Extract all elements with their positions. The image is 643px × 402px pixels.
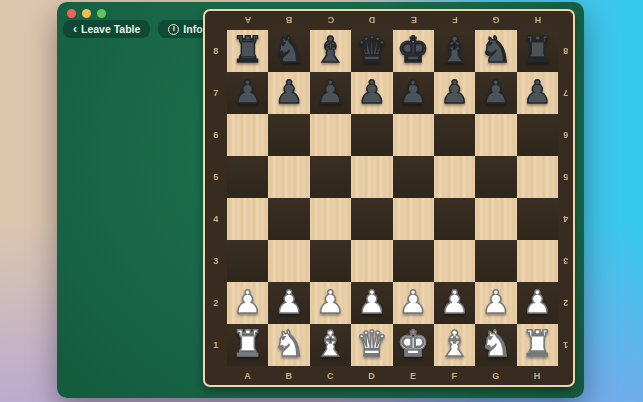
file-label-top-b: B [268, 11, 309, 30]
square-b5[interactable] [268, 156, 309, 198]
square-e1[interactable]: ♚ [393, 324, 434, 366]
square-g7[interactable]: ♟ [475, 72, 516, 114]
white-knight[interactable]: ♞ [480, 326, 512, 362]
square-h8[interactable]: ♜ [517, 30, 558, 72]
square-d8[interactable]: ♛ [351, 30, 392, 72]
square-d5[interactable] [351, 156, 392, 198]
black-queen[interactable]: ♛ [356, 32, 388, 68]
black-bishop[interactable]: ♝ [314, 32, 346, 68]
square-g3[interactable] [475, 240, 516, 282]
square-c1[interactable]: ♝ [310, 324, 351, 366]
rank-label-right-1: 1 [558, 324, 573, 366]
rank-label-left-8: 8 [205, 30, 227, 72]
file-label-bottom-g: G [475, 366, 516, 385]
square-a5[interactable] [227, 156, 268, 198]
square-f5[interactable] [434, 156, 475, 198]
square-h6[interactable] [517, 114, 558, 156]
file-label-bottom-h: H [517, 366, 558, 385]
white-queen[interactable]: ♛ [356, 326, 388, 362]
white-bishop[interactable]: ♝ [314, 326, 346, 362]
square-e4[interactable] [393, 198, 434, 240]
file-label-top-f: F [434, 11, 475, 30]
white-pawn[interactable]: ♟ [316, 286, 345, 318]
file-labels-top: ABCDEFGH [227, 11, 558, 30]
square-g1[interactable]: ♞ [475, 324, 516, 366]
info-label: Info [183, 23, 202, 35]
file-labels-bottom: ABCDEFGH [227, 366, 558, 385]
square-e3[interactable] [393, 240, 434, 282]
minimize-button[interactable] [82, 9, 91, 18]
square-d2[interactable]: ♟ [351, 282, 392, 324]
white-knight[interactable]: ♞ [273, 326, 305, 362]
file-label-top-d: D [351, 11, 392, 30]
square-d7[interactable]: ♟ [351, 72, 392, 114]
rank-label-right-7: 7 [558, 72, 573, 114]
square-c6[interactable] [310, 114, 351, 156]
square-e7[interactable]: ♟ [393, 72, 434, 114]
file-label-bottom-b: B [268, 366, 309, 385]
square-b2[interactable]: ♟ [268, 282, 309, 324]
file-label-top-a: A [227, 11, 268, 30]
rank-label-left-7: 7 [205, 72, 227, 114]
square-h1[interactable]: ♜ [517, 324, 558, 366]
square-b7[interactable]: ♟ [268, 72, 309, 114]
black-pawn[interactable]: ♟ [399, 76, 428, 108]
rank-label-left-5: 5 [205, 156, 227, 198]
square-f6[interactable] [434, 114, 475, 156]
black-pawn[interactable]: ♟ [275, 76, 304, 108]
info-circle-icon: i [168, 24, 179, 35]
rank-label-left-3: 3 [205, 240, 227, 282]
square-b6[interactable] [268, 114, 309, 156]
white-pawn[interactable]: ♟ [440, 286, 469, 318]
square-c3[interactable] [310, 240, 351, 282]
square-g2[interactable]: ♟ [475, 282, 516, 324]
desktop-background: ‹ Leave Table i Info ABCDEFGH 87654321 8… [0, 0, 643, 402]
square-e5[interactable] [393, 156, 434, 198]
square-f7[interactable]: ♟ [434, 72, 475, 114]
rank-label-right-8: 8 [558, 30, 573, 72]
rank-labels-left: 87654321 [205, 30, 227, 366]
file-label-top-e: E [393, 11, 434, 30]
square-e8[interactable]: ♚ [393, 30, 434, 72]
rank-label-right-4: 4 [558, 198, 573, 240]
square-g8[interactable]: ♞ [475, 30, 516, 72]
square-a3[interactable] [227, 240, 268, 282]
file-label-top-g: G [475, 11, 516, 30]
black-pawn[interactable]: ♟ [357, 76, 386, 108]
chess-board: ABCDEFGH 87654321 87654321 ABCDEFGH ♜♞♝♛… [203, 9, 575, 387]
black-pawn[interactable]: ♟ [316, 76, 345, 108]
square-a8[interactable]: ♜ [227, 30, 268, 72]
square-a2[interactable]: ♟ [227, 282, 268, 324]
white-rook[interactable]: ♜ [521, 326, 553, 362]
black-knight[interactable]: ♞ [480, 32, 512, 68]
square-h5[interactable] [517, 156, 558, 198]
toolbar: ‹ Leave Table i Info [63, 20, 213, 38]
square-b8[interactable]: ♞ [268, 30, 309, 72]
leave-table-label: Leave Table [81, 23, 140, 35]
square-g4[interactable] [475, 198, 516, 240]
square-d6[interactable] [351, 114, 392, 156]
white-pawn[interactable]: ♟ [523, 286, 552, 318]
white-bishop[interactable]: ♝ [438, 326, 470, 362]
back-chevron-icon: ‹ [73, 23, 77, 35]
board-squares: ♜♞♝♛♚♝♞♜♟♟♟♟♟♟♟♟♟♟♟♟♟♟♟♟♜♞♝♛♚♝♞♜ [227, 30, 558, 366]
rank-label-right-5: 5 [558, 156, 573, 198]
black-knight[interactable]: ♞ [273, 32, 305, 68]
square-g5[interactable] [475, 156, 516, 198]
square-c2[interactable]: ♟ [310, 282, 351, 324]
square-a6[interactable] [227, 114, 268, 156]
square-c7[interactable]: ♟ [310, 72, 351, 114]
square-f3[interactable] [434, 240, 475, 282]
file-label-top-c: C [310, 11, 351, 30]
square-f4[interactable] [434, 198, 475, 240]
file-label-bottom-e: E [393, 366, 434, 385]
file-label-top-h: H [517, 11, 558, 30]
square-c8[interactable]: ♝ [310, 30, 351, 72]
square-b3[interactable] [268, 240, 309, 282]
square-f8[interactable]: ♝ [434, 30, 475, 72]
white-pawn[interactable]: ♟ [357, 286, 386, 318]
square-d1[interactable]: ♛ [351, 324, 392, 366]
black-king[interactable]: ♚ [397, 32, 429, 68]
square-d3[interactable] [351, 240, 392, 282]
square-h7[interactable]: ♟ [517, 72, 558, 114]
white-pawn[interactable]: ♟ [399, 286, 428, 318]
file-label-bottom-c: C [310, 366, 351, 385]
zoom-button[interactable] [97, 9, 106, 18]
rank-label-right-6: 6 [558, 114, 573, 156]
file-label-bottom-f: F [434, 366, 475, 385]
white-king[interactable]: ♚ [397, 326, 429, 362]
black-pawn[interactable]: ♟ [523, 76, 552, 108]
rank-labels-right: 87654321 [558, 30, 573, 366]
square-a1[interactable]: ♜ [227, 324, 268, 366]
file-label-bottom-d: D [351, 366, 392, 385]
black-pawn[interactable]: ♟ [233, 76, 262, 108]
rank-label-left-4: 4 [205, 198, 227, 240]
square-e6[interactable] [393, 114, 434, 156]
square-h4[interactable] [517, 198, 558, 240]
square-f2[interactable]: ♟ [434, 282, 475, 324]
black-rook[interactable]: ♜ [232, 32, 264, 68]
square-b4[interactable] [268, 198, 309, 240]
square-e2[interactable]: ♟ [393, 282, 434, 324]
black-rook[interactable]: ♜ [521, 32, 553, 68]
square-d4[interactable] [351, 198, 392, 240]
square-c5[interactable] [310, 156, 351, 198]
white-rook[interactable]: ♜ [232, 326, 264, 362]
square-f1[interactable]: ♝ [434, 324, 475, 366]
square-b1[interactable]: ♞ [268, 324, 309, 366]
file-label-bottom-a: A [227, 366, 268, 385]
square-a7[interactable]: ♟ [227, 72, 268, 114]
white-pawn[interactable]: ♟ [482, 286, 511, 318]
rank-label-left-6: 6 [205, 114, 227, 156]
black-pawn[interactable]: ♟ [440, 76, 469, 108]
rank-label-left-1: 1 [205, 324, 227, 366]
square-h2[interactable]: ♟ [517, 282, 558, 324]
white-pawn[interactable]: ♟ [233, 286, 262, 318]
square-g6[interactable] [475, 114, 516, 156]
close-button[interactable] [67, 9, 76, 18]
chess-app-window: ‹ Leave Table i Info ABCDEFGH 87654321 8… [57, 2, 584, 398]
rank-label-right-2: 2 [558, 282, 573, 324]
leave-table-button[interactable]: ‹ Leave Table [63, 20, 150, 38]
window-controls [67, 9, 106, 18]
rank-label-right-3: 3 [558, 240, 573, 282]
square-a4[interactable] [227, 198, 268, 240]
black-pawn[interactable]: ♟ [482, 76, 511, 108]
square-h3[interactable] [517, 240, 558, 282]
rank-label-left-2: 2 [205, 282, 227, 324]
white-pawn[interactable]: ♟ [275, 286, 304, 318]
square-c4[interactable] [310, 198, 351, 240]
black-bishop[interactable]: ♝ [438, 32, 470, 68]
